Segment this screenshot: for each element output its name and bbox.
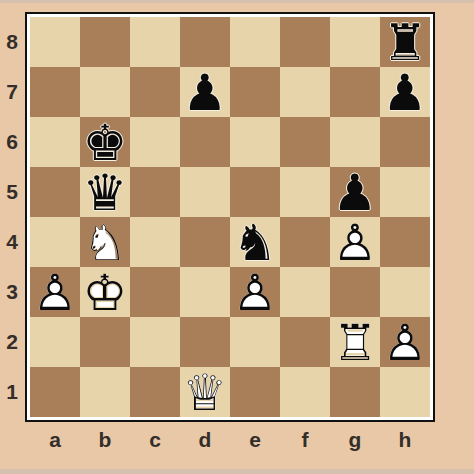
file-label-b: b	[80, 427, 130, 453]
square-b6[interactable]: ♚	[80, 117, 130, 167]
white-pawn-outline-icon: ♙	[333, 218, 378, 268]
square-f5[interactable]	[280, 167, 330, 217]
piece-black-king-b6[interactable]: ♚	[80, 117, 130, 167]
square-d5[interactable]	[180, 167, 230, 217]
file-labels: abcdefgh	[30, 427, 430, 453]
square-f6[interactable]	[280, 117, 330, 167]
square-e3[interactable]: ♟♙	[230, 267, 280, 317]
square-c5[interactable]	[130, 167, 180, 217]
rank-label-5: 5	[0, 167, 24, 217]
white-pawn-outline-icon: ♙	[383, 318, 428, 368]
square-b7[interactable]	[80, 67, 130, 117]
square-g3[interactable]	[330, 267, 380, 317]
rank-label-4: 4	[0, 217, 24, 267]
piece-white-knight-b4[interactable]: ♞♘	[80, 217, 130, 267]
piece-black-pawn-h7[interactable]: ♟	[380, 67, 430, 117]
square-e8[interactable]	[230, 17, 280, 67]
rank-label-2: 2	[0, 317, 24, 367]
piece-white-pawn-g4[interactable]: ♟♙	[330, 217, 380, 267]
square-e2[interactable]	[230, 317, 280, 367]
square-f3[interactable]	[280, 267, 330, 317]
square-e4[interactable]: ♞	[230, 217, 280, 267]
square-f8[interactable]	[280, 17, 330, 67]
square-g1[interactable]	[330, 367, 380, 417]
piece-white-rook-g2[interactable]: ♜♖	[330, 317, 380, 367]
file-label-h: h	[380, 427, 430, 453]
square-d4[interactable]	[180, 217, 230, 267]
piece-white-pawn-e3[interactable]: ♟♙	[230, 267, 280, 317]
chess-board-frame: ♜♟♟♚♛♟♞♘♞♟♙♟♙♚♔♟♙♜♖♟♙♛♕	[25, 12, 435, 422]
square-h3[interactable]	[380, 267, 430, 317]
square-d1[interactable]: ♛♕	[180, 367, 230, 417]
black-king-icon: ♚	[83, 118, 128, 168]
black-knight-icon: ♞	[233, 218, 278, 268]
square-b4[interactable]: ♞♘	[80, 217, 130, 267]
square-c1[interactable]	[130, 367, 180, 417]
square-a8[interactable]	[30, 17, 80, 67]
file-label-c: c	[130, 427, 180, 453]
black-pawn-icon: ♟	[183, 68, 228, 118]
square-a7[interactable]	[30, 67, 80, 117]
file-label-f: f	[280, 427, 330, 453]
black-queen-icon: ♛	[83, 168, 128, 218]
white-king-outline-icon: ♔	[83, 268, 128, 318]
square-f1[interactable]	[280, 367, 330, 417]
square-b1[interactable]	[80, 367, 130, 417]
square-b3[interactable]: ♚♔	[80, 267, 130, 317]
square-h6[interactable]	[380, 117, 430, 167]
square-b5[interactable]: ♛	[80, 167, 130, 217]
square-d6[interactable]	[180, 117, 230, 167]
piece-white-queen-d1[interactable]: ♛♕	[180, 367, 230, 417]
square-a5[interactable]	[30, 167, 80, 217]
piece-black-queen-b5[interactable]: ♛	[80, 167, 130, 217]
square-g7[interactable]	[330, 67, 380, 117]
piece-black-pawn-g5[interactable]: ♟	[330, 167, 380, 217]
square-c4[interactable]	[130, 217, 180, 267]
square-c3[interactable]	[130, 267, 180, 317]
square-a4[interactable]	[30, 217, 80, 267]
rank-label-8: 8	[0, 17, 24, 67]
rank-label-3: 3	[0, 267, 24, 317]
black-pawn-icon: ♟	[333, 168, 378, 218]
square-h7[interactable]: ♟	[380, 67, 430, 117]
square-e1[interactable]	[230, 367, 280, 417]
square-g5[interactable]: ♟	[330, 167, 380, 217]
square-e7[interactable]	[230, 67, 280, 117]
white-pawn-outline-icon: ♙	[233, 268, 278, 318]
white-rook-outline-icon: ♖	[333, 318, 378, 368]
page-bottom-strip	[0, 469, 474, 474]
square-c8[interactable]	[130, 17, 180, 67]
black-rook-icon: ♜	[383, 18, 428, 68]
square-c6[interactable]	[130, 117, 180, 167]
square-e5[interactable]	[230, 167, 280, 217]
white-pawn-outline-icon: ♙	[33, 268, 78, 318]
square-b8[interactable]	[80, 17, 130, 67]
square-a1[interactable]	[30, 367, 80, 417]
square-d7[interactable]: ♟	[180, 67, 230, 117]
piece-black-pawn-d7[interactable]: ♟	[180, 67, 230, 117]
square-d8[interactable]	[180, 17, 230, 67]
square-c7[interactable]	[130, 67, 180, 117]
piece-black-rook-h8[interactable]: ♜	[380, 17, 430, 67]
piece-white-pawn-h2[interactable]: ♟♙	[380, 317, 430, 367]
white-queen-outline-icon: ♕	[183, 368, 228, 418]
file-label-d: d	[180, 427, 230, 453]
rank-label-6: 6	[0, 117, 24, 167]
square-a3[interactable]: ♟♙	[30, 267, 80, 317]
square-h8[interactable]: ♜	[380, 17, 430, 67]
square-g4[interactable]: ♟♙	[330, 217, 380, 267]
file-label-a: a	[30, 427, 80, 453]
piece-white-pawn-a3[interactable]: ♟♙	[30, 267, 80, 317]
square-h2[interactable]: ♟♙	[380, 317, 430, 367]
page-top-strip	[0, 0, 474, 3]
rank-label-7: 7	[0, 67, 24, 117]
rank-label-1: 1	[0, 367, 24, 417]
piece-black-knight-e4[interactable]: ♞	[230, 217, 280, 267]
square-a2[interactable]	[30, 317, 80, 367]
square-d2[interactable]	[180, 317, 230, 367]
square-g2[interactable]: ♜♖	[330, 317, 380, 367]
square-e6[interactable]	[230, 117, 280, 167]
chess-board: ♜♟♟♚♛♟♞♘♞♟♙♟♙♚♔♟♙♜♖♟♙♛♕	[30, 17, 430, 417]
square-a6[interactable]	[30, 117, 80, 167]
file-label-g: g	[330, 427, 380, 453]
square-h1[interactable]	[380, 367, 430, 417]
square-g8[interactable]	[330, 17, 380, 67]
square-b2[interactable]	[80, 317, 130, 367]
rank-labels: 87654321	[0, 17, 24, 417]
square-d3[interactable]	[180, 267, 230, 317]
file-label-e: e	[230, 427, 280, 453]
square-h4[interactable]	[380, 217, 430, 267]
black-pawn-icon: ♟	[383, 68, 428, 118]
square-f7[interactable]	[280, 67, 330, 117]
square-c2[interactable]	[130, 317, 180, 367]
piece-white-king-b3[interactable]: ♚♔	[80, 267, 130, 317]
square-f2[interactable]	[280, 317, 330, 367]
white-knight-outline-icon: ♘	[83, 218, 128, 268]
square-g6[interactable]	[330, 117, 380, 167]
square-f4[interactable]	[280, 217, 330, 267]
square-h5[interactable]	[380, 167, 430, 217]
